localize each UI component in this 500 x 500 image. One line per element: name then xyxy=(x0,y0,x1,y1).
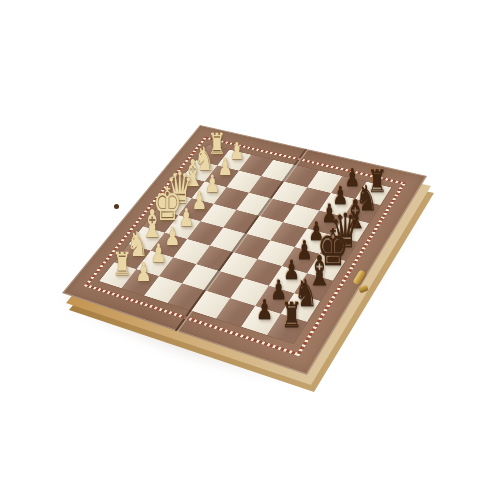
piece-white-pawn-g2: ♟ xyxy=(150,241,166,266)
piece-white-pawn-e2: ♟ xyxy=(178,206,193,231)
piece-white-pawn-f2: ♟ xyxy=(165,223,181,248)
product-photo: ♜♞♝♛♚♝♞♜♟♟♟♟♟♟♟♟♟♟♟♟♟♟♟♟♜♞♝♛♚♝♞♜ xyxy=(0,0,500,500)
piece-white-pawn-c2: ♟ xyxy=(205,172,220,196)
pieces-layer: ♜♞♝♛♚♝♞♜♟♟♟♟♟♟♟♟♟♟♟♟♟♟♟♟♜♞♝♛♚♝♞♜ xyxy=(0,0,500,500)
piece-white-pawn-h2: ♟ xyxy=(136,260,152,286)
piece-black-rook-h8: ♜ xyxy=(281,299,303,334)
piece-white-pawn-b2: ♟ xyxy=(218,156,233,180)
piece-black-pawn-h7: ♟ xyxy=(256,297,273,324)
piece-white-rook-h1: ♜ xyxy=(112,248,132,280)
